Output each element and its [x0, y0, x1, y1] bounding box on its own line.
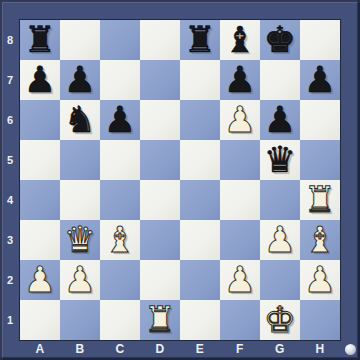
square-f4[interactable]: [220, 180, 260, 220]
file-label-h: H: [300, 340, 340, 360]
white-pawn[interactable]: ♟: [64, 260, 96, 300]
square-b6[interactable]: ♞: [60, 100, 100, 140]
rank-label-1: 1: [0, 300, 20, 340]
square-c8[interactable]: [100, 20, 140, 60]
square-g3[interactable]: ♟: [260, 220, 300, 260]
square-e6[interactable]: [180, 100, 220, 140]
file-label-g: G: [260, 340, 300, 360]
square-h6[interactable]: [300, 100, 340, 140]
square-d1[interactable]: ♜: [140, 300, 180, 340]
white-bishop[interactable]: ♝: [304, 220, 336, 260]
white-pawn[interactable]: ♟: [264, 220, 296, 260]
square-b1[interactable]: [60, 300, 100, 340]
square-b7[interactable]: ♟: [60, 60, 100, 100]
square-e8[interactable]: ♜: [180, 20, 220, 60]
black-king[interactable]: ♚: [264, 20, 296, 60]
white-rook[interactable]: ♜: [304, 180, 336, 220]
black-rook[interactable]: ♜: [24, 20, 56, 60]
square-a2[interactable]: ♟: [20, 260, 60, 300]
square-f3[interactable]: [220, 220, 260, 260]
square-e1[interactable]: [180, 300, 220, 340]
white-pawn[interactable]: ♟: [304, 260, 336, 300]
square-e3[interactable]: [180, 220, 220, 260]
square-f8[interactable]: ♝: [220, 20, 260, 60]
square-c2[interactable]: [100, 260, 140, 300]
square-h1[interactable]: [300, 300, 340, 340]
rank-label-2: 2: [0, 260, 20, 300]
square-d5[interactable]: [140, 140, 180, 180]
rank-labels: 87654321: [0, 20, 20, 340]
white-bishop[interactable]: ♝: [104, 220, 136, 260]
square-h7[interactable]: ♟: [300, 60, 340, 100]
file-label-f: F: [220, 340, 260, 360]
square-h3[interactable]: ♝: [300, 220, 340, 260]
rank-label-8: 8: [0, 20, 20, 60]
rank-label-6: 6: [0, 100, 20, 140]
square-h8[interactable]: [300, 20, 340, 60]
white-pawn[interactable]: ♟: [224, 260, 256, 300]
chess-board-frame: 87654321 ♜♜♝♚♟♟♟♟♞♟♟♟♛♜♛♝♟♝♟♟♟♟♜♚ ABCDEF…: [0, 0, 360, 360]
square-d8[interactable]: [140, 20, 180, 60]
square-c3[interactable]: ♝: [100, 220, 140, 260]
square-f7[interactable]: ♟: [220, 60, 260, 100]
file-labels: ABCDEFGH: [20, 340, 340, 360]
square-c4[interactable]: [100, 180, 140, 220]
square-a3[interactable]: [20, 220, 60, 260]
square-e5[interactable]: [180, 140, 220, 180]
square-b5[interactable]: [60, 140, 100, 180]
square-d3[interactable]: [140, 220, 180, 260]
black-queen[interactable]: ♛: [264, 140, 296, 180]
square-f2[interactable]: ♟: [220, 260, 260, 300]
black-pawn[interactable]: ♟: [224, 60, 256, 100]
square-g6[interactable]: ♟: [260, 100, 300, 140]
square-d6[interactable]: [140, 100, 180, 140]
square-c1[interactable]: [100, 300, 140, 340]
white-pawn[interactable]: ♟: [224, 100, 256, 140]
square-a5[interactable]: [20, 140, 60, 180]
black-pawn[interactable]: ♟: [264, 100, 296, 140]
chess-board[interactable]: ♜♜♝♚♟♟♟♟♞♟♟♟♛♜♛♝♟♝♟♟♟♟♜♚: [20, 20, 340, 340]
square-g5[interactable]: ♛: [260, 140, 300, 180]
file-label-c: C: [100, 340, 140, 360]
square-f5[interactable]: [220, 140, 260, 180]
square-h5[interactable]: [300, 140, 340, 180]
square-c5[interactable]: [100, 140, 140, 180]
white-queen[interactable]: ♛: [64, 220, 96, 260]
square-g8[interactable]: ♚: [260, 20, 300, 60]
black-bishop[interactable]: ♝: [224, 20, 256, 60]
square-a7[interactable]: ♟: [20, 60, 60, 100]
white-pawn[interactable]: ♟: [24, 260, 56, 300]
square-e7[interactable]: [180, 60, 220, 100]
square-f6[interactable]: ♟: [220, 100, 260, 140]
square-g1[interactable]: ♚: [260, 300, 300, 340]
file-label-a: A: [20, 340, 60, 360]
white-to-move-indicator: [345, 344, 356, 355]
square-h4[interactable]: ♜: [300, 180, 340, 220]
square-f1[interactable]: [220, 300, 260, 340]
square-e2[interactable]: [180, 260, 220, 300]
black-rook[interactable]: ♜: [184, 20, 216, 60]
square-a1[interactable]: [20, 300, 60, 340]
square-h2[interactable]: ♟: [300, 260, 340, 300]
square-g4[interactable]: [260, 180, 300, 220]
square-c7[interactable]: [100, 60, 140, 100]
square-e4[interactable]: [180, 180, 220, 220]
square-a4[interactable]: [20, 180, 60, 220]
square-d7[interactable]: [140, 60, 180, 100]
black-pawn[interactable]: ♟: [104, 100, 136, 140]
square-g2[interactable]: [260, 260, 300, 300]
rank-label-5: 5: [0, 140, 20, 180]
white-rook[interactable]: ♜: [144, 300, 176, 340]
square-g7[interactable]: [260, 60, 300, 100]
square-d4[interactable]: [140, 180, 180, 220]
black-pawn[interactable]: ♟: [24, 60, 56, 100]
black-knight[interactable]: ♞: [64, 100, 96, 140]
black-pawn[interactable]: ♟: [64, 60, 96, 100]
file-label-d: D: [140, 340, 180, 360]
file-label-e: E: [180, 340, 220, 360]
rank-label-3: 3: [0, 220, 20, 260]
white-king[interactable]: ♚: [264, 300, 296, 340]
rank-label-7: 7: [0, 60, 20, 100]
square-d2[interactable]: [140, 260, 180, 300]
square-c6[interactable]: ♟: [100, 100, 140, 140]
square-b8[interactable]: [60, 20, 100, 60]
square-b2[interactable]: ♟: [60, 260, 100, 300]
black-pawn[interactable]: ♟: [304, 60, 336, 100]
rank-label-4: 4: [0, 180, 20, 220]
square-b4[interactable]: [60, 180, 100, 220]
square-b3[interactable]: ♛: [60, 220, 100, 260]
square-a8[interactable]: ♜: [20, 20, 60, 60]
square-a6[interactable]: [20, 100, 60, 140]
file-label-b: B: [60, 340, 100, 360]
